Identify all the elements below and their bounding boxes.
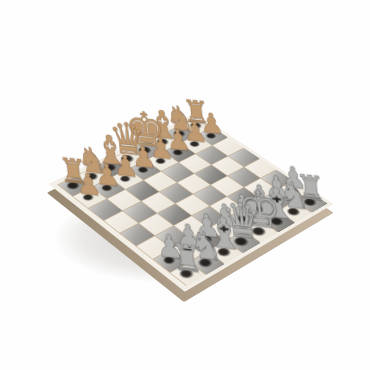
scene-3d: ♜♞♝♛♚♝♞♜♟♟♟♟♟♟♟♟♟♟♟♟♟♟♟♟♜♞♝♛♚♝♞♜ <box>0 0 370 370</box>
product-photo-stage: ♜♞♝♛♚♝♞♜♟♟♟♟♟♟♟♟♟♟♟♟♟♟♟♟♜♞♝♛♚♝♞♜ <box>0 0 370 370</box>
pieces-layer: ♜♞♝♛♚♝♞♜♟♟♟♟♟♟♟♟♟♟♟♟♟♟♟♟♜♞♝♛♚♝♞♜ <box>49 113 334 292</box>
rook-glyph: ♜ <box>154 236 221 280</box>
chess-board: ♜♞♝♛♚♝♞♜♟♟♟♟♟♟♟♟♟♟♟♟♟♟♟♟♜♞♝♛♚♝♞♜ <box>49 113 334 292</box>
pawn-glyph: ♟ <box>58 167 120 203</box>
